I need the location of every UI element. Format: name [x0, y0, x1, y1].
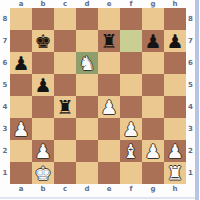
- file-label-g: g: [142, 0, 164, 8]
- square-c7[interactable]: [54, 30, 76, 52]
- square-d3[interactable]: [76, 118, 98, 140]
- square-b6[interactable]: [32, 52, 54, 74]
- square-e5[interactable]: [98, 74, 120, 96]
- square-f8[interactable]: [120, 8, 142, 30]
- square-e1[interactable]: [98, 162, 120, 184]
- square-b2[interactable]: ♟: [32, 140, 54, 162]
- piece-white-pawn[interactable]: ♟: [12, 118, 29, 140]
- window-border-bottom: [0, 197, 195, 199]
- square-a8[interactable]: [10, 8, 32, 30]
- square-e7[interactable]: ♜: [98, 30, 120, 52]
- rank-label-8: 8: [186, 8, 195, 30]
- piece-white-rook[interactable]: ♜: [166, 162, 183, 184]
- file-labels-bottom: abcdefgh: [10, 184, 186, 195]
- square-c4[interactable]: ♜: [54, 96, 76, 118]
- rank-label-6: 6: [0, 52, 10, 74]
- rank-label-8: 8: [0, 8, 10, 30]
- square-b3[interactable]: [32, 118, 54, 140]
- square-f2[interactable]: ♝: [120, 140, 142, 162]
- square-b8[interactable]: [32, 8, 54, 30]
- file-label-f: f: [120, 184, 142, 195]
- square-b7[interactable]: ♚: [32, 30, 54, 52]
- square-c3[interactable]: [54, 118, 76, 140]
- file-label-g: g: [142, 184, 164, 195]
- rank-label-5: 5: [186, 74, 195, 96]
- square-g5[interactable]: [142, 74, 164, 96]
- square-g3[interactable]: [142, 118, 164, 140]
- square-a7[interactable]: [10, 30, 32, 52]
- square-c6[interactable]: [54, 52, 76, 74]
- file-label-h: h: [164, 0, 186, 8]
- file-label-c: c: [54, 184, 76, 195]
- rank-label-4: 4: [0, 96, 10, 118]
- file-label-a: a: [10, 0, 32, 8]
- rank-label-2: 2: [0, 140, 10, 162]
- piece-black-pawn[interactable]: ♟: [12, 52, 29, 74]
- rank-label-7: 7: [186, 30, 195, 52]
- square-g2[interactable]: ♟: [142, 140, 164, 162]
- rank-label-5: 5: [0, 74, 10, 96]
- piece-white-pawn[interactable]: ♟: [166, 140, 183, 162]
- square-h7[interactable]: ♟: [164, 30, 186, 52]
- square-h4[interactable]: [164, 96, 186, 118]
- rank-labels-left: 87654321: [0, 8, 10, 184]
- rank-label-6: 6: [186, 52, 195, 74]
- square-a2[interactable]: [10, 140, 32, 162]
- piece-white-king[interactable]: ♚: [34, 162, 51, 184]
- square-h1[interactable]: ♜: [164, 162, 186, 184]
- square-g1[interactable]: [142, 162, 164, 184]
- file-label-a: a: [10, 184, 32, 195]
- square-a3[interactable]: ♟: [10, 118, 32, 140]
- square-h5[interactable]: [164, 74, 186, 96]
- file-label-b: b: [32, 0, 54, 8]
- square-f6[interactable]: [120, 52, 142, 74]
- rank-label-1: 1: [186, 162, 195, 184]
- square-g6[interactable]: [142, 52, 164, 74]
- chess-app-window: abcdefgh 87654321 ♚♜♟♟♟♞♟♜♟♟♟♟♝♟♟♚♜ 8765…: [0, 0, 200, 200]
- square-d8[interactable]: [76, 8, 98, 30]
- square-a5[interactable]: [10, 74, 32, 96]
- square-c1[interactable]: [54, 162, 76, 184]
- square-c5[interactable]: [54, 74, 76, 96]
- rank-label-7: 7: [0, 30, 10, 52]
- square-d5[interactable]: [76, 74, 98, 96]
- file-label-b: b: [32, 184, 54, 195]
- square-f4[interactable]: [120, 96, 142, 118]
- square-f5[interactable]: [120, 74, 142, 96]
- file-label-e: e: [98, 184, 120, 195]
- square-e2[interactable]: [98, 140, 120, 162]
- square-h2[interactable]: ♟: [164, 140, 186, 162]
- square-h8[interactable]: [164, 8, 186, 30]
- square-d1[interactable]: [76, 162, 98, 184]
- piece-black-pawn[interactable]: ♟: [34, 74, 51, 96]
- square-h6[interactable]: [164, 52, 186, 74]
- rank-label-4: 4: [186, 96, 195, 118]
- square-e4[interactable]: ♟: [98, 96, 120, 118]
- file-label-c: c: [54, 0, 76, 8]
- rank-label-2: 2: [186, 140, 195, 162]
- chess-board: ♚♜♟♟♟♞♟♜♟♟♟♟♝♟♟♚♜: [10, 8, 186, 184]
- square-d6[interactable]: ♞: [76, 52, 98, 74]
- square-d7[interactable]: [76, 30, 98, 52]
- file-label-h: h: [164, 184, 186, 195]
- square-g7[interactable]: ♟: [142, 30, 164, 52]
- square-e6[interactable]: [98, 52, 120, 74]
- square-f7[interactable]: [120, 30, 142, 52]
- file-labels-top: abcdefgh: [10, 0, 186, 8]
- piece-white-pawn[interactable]: ♟: [100, 96, 117, 118]
- square-d4[interactable]: [76, 96, 98, 118]
- square-b5[interactable]: ♟: [32, 74, 54, 96]
- square-e3[interactable]: [98, 118, 120, 140]
- piece-black-king[interactable]: ♚: [34, 30, 51, 52]
- file-label-d: d: [76, 184, 98, 195]
- square-g4[interactable]: [142, 96, 164, 118]
- square-a1[interactable]: [10, 162, 32, 184]
- file-label-d: d: [76, 0, 98, 8]
- piece-black-rook[interactable]: ♜: [100, 30, 117, 52]
- rank-label-3: 3: [186, 118, 195, 140]
- square-g8[interactable]: [142, 8, 164, 30]
- piece-white-knight[interactable]: ♞: [78, 52, 95, 74]
- piece-white-bishop[interactable]: ♝: [122, 140, 139, 162]
- square-b4[interactable]: [32, 96, 54, 118]
- square-f3[interactable]: ♟: [120, 118, 142, 140]
- piece-white-pawn[interactable]: ♟: [122, 118, 139, 140]
- piece-white-pawn[interactable]: ♟: [34, 140, 51, 162]
- square-d2[interactable]: [76, 140, 98, 162]
- rank-labels-right: 87654321: [186, 8, 195, 184]
- square-a6[interactable]: ♟: [10, 52, 32, 74]
- square-c8[interactable]: [54, 8, 76, 30]
- square-f1[interactable]: [120, 162, 142, 184]
- piece-black-pawn[interactable]: ♟: [144, 30, 161, 52]
- square-b1[interactable]: ♚: [32, 162, 54, 184]
- file-label-e: e: [98, 0, 120, 8]
- piece-black-pawn[interactable]: ♟: [166, 30, 183, 52]
- square-e8[interactable]: [98, 8, 120, 30]
- square-a4[interactable]: [10, 96, 32, 118]
- window-border-right: [195, 0, 199, 200]
- rank-label-3: 3: [0, 118, 10, 140]
- rank-label-1: 1: [0, 162, 10, 184]
- file-label-f: f: [120, 0, 142, 8]
- square-h3[interactable]: [164, 118, 186, 140]
- square-c2[interactable]: [54, 140, 76, 162]
- piece-white-pawn[interactable]: ♟: [144, 140, 161, 162]
- piece-black-rook[interactable]: ♜: [56, 96, 73, 118]
